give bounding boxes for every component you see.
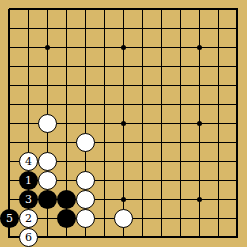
intersection-0-8[interactable] [0, 152, 19, 171]
intersection-8-9[interactable] [152, 171, 171, 190]
intersection-0-0[interactable] [0, 0, 19, 19]
intersection-7-12[interactable] [133, 228, 152, 247]
intersection-5-8[interactable] [95, 152, 114, 171]
intersection-4-8[interactable] [76, 152, 95, 171]
intersection-4-2[interactable] [76, 38, 95, 57]
white-stone [38, 171, 57, 190]
intersection-3-0[interactable] [57, 0, 76, 19]
intersection-2-8[interactable] [38, 152, 57, 171]
star-point [121, 197, 126, 202]
intersection-0-10[interactable] [0, 190, 19, 209]
intersection-11-4[interactable] [209, 76, 228, 95]
intersection-12-8[interactable] [228, 152, 247, 171]
intersection-9-8[interactable] [171, 152, 190, 171]
intersection-0-11[interactable]: 5 [0, 209, 19, 228]
intersection-10-10[interactable] [190, 190, 209, 209]
intersection-11-0[interactable] [209, 0, 228, 19]
intersection-9-2[interactable] [171, 38, 190, 57]
intersection-6-1[interactable] [114, 19, 133, 38]
intersection-3-2[interactable] [57, 38, 76, 57]
intersection-12-4[interactable] [228, 76, 247, 95]
intersection-12-9[interactable] [228, 171, 247, 190]
white-stone [76, 171, 95, 190]
intersection-1-9[interactable]: 1 [19, 171, 38, 190]
intersection-8-7[interactable] [152, 133, 171, 152]
intersection-10-7[interactable] [190, 133, 209, 152]
intersection-7-8[interactable] [133, 152, 152, 171]
intersection-11-10[interactable] [209, 190, 228, 209]
intersection-7-9[interactable] [133, 171, 152, 190]
intersection-2-3[interactable] [38, 57, 57, 76]
star-point [197, 121, 202, 126]
intersection-4-0[interactable] [76, 0, 95, 19]
intersection-10-8[interactable] [190, 152, 209, 171]
intersection-6-6[interactable] [114, 114, 133, 133]
star-point [121, 121, 126, 126]
intersection-3-8[interactable] [57, 152, 76, 171]
intersection-9-3[interactable] [171, 57, 190, 76]
white-stone [76, 190, 95, 209]
intersection-4-4[interactable] [76, 76, 95, 95]
black-stone-move-3: 3 [19, 190, 38, 209]
star-point [197, 45, 202, 50]
intersection-1-1[interactable] [19, 19, 38, 38]
black-stone [57, 190, 76, 209]
intersection-11-8[interactable] [209, 152, 228, 171]
intersection-9-12[interactable] [171, 228, 190, 247]
intersection-7-0[interactable] [133, 0, 152, 19]
intersection-3-3[interactable] [57, 57, 76, 76]
white-stone [38, 152, 57, 171]
intersection-3-4[interactable] [57, 76, 76, 95]
intersection-6-10[interactable] [114, 190, 133, 209]
go-diagram: 413526 [0, 0, 247, 247]
intersection-7-7[interactable] [133, 133, 152, 152]
intersection-6-12[interactable] [114, 228, 133, 247]
intersection-6-9[interactable] [114, 171, 133, 190]
intersection-10-3[interactable] [190, 57, 209, 76]
intersection-1-8[interactable]: 4 [19, 152, 38, 171]
intersection-3-12[interactable] [57, 228, 76, 247]
intersection-11-6[interactable] [209, 114, 228, 133]
intersection-11-12[interactable] [209, 228, 228, 247]
intersection-2-5[interactable] [38, 95, 57, 114]
intersection-3-10[interactable] [57, 190, 76, 209]
intersection-5-2[interactable] [95, 38, 114, 57]
intersection-6-2[interactable] [114, 38, 133, 57]
intersection-10-6[interactable] [190, 114, 209, 133]
intersection-1-2[interactable] [19, 38, 38, 57]
intersection-1-3[interactable] [19, 57, 38, 76]
intersection-0-7[interactable] [0, 133, 19, 152]
intersection-12-3[interactable] [228, 57, 247, 76]
intersection-8-2[interactable] [152, 38, 171, 57]
intersection-4-11[interactable] [76, 209, 95, 228]
intersection-4-6[interactable] [76, 114, 95, 133]
intersection-10-5[interactable] [190, 95, 209, 114]
intersection-7-5[interactable] [133, 95, 152, 114]
intersection-11-11[interactable] [209, 209, 228, 228]
white-stone [38, 114, 57, 133]
intersection-11-1[interactable] [209, 19, 228, 38]
intersection-8-4[interactable] [152, 76, 171, 95]
intersection-8-0[interactable] [152, 0, 171, 19]
intersection-4-1[interactable] [76, 19, 95, 38]
intersection-10-11[interactable] [190, 209, 209, 228]
go-board: 413526 [0, 0, 247, 247]
intersection-5-11[interactable] [95, 209, 114, 228]
intersection-12-11[interactable] [228, 209, 247, 228]
intersection-2-0[interactable] [38, 0, 57, 19]
intersection-1-11[interactable]: 2 [19, 209, 38, 228]
intersection-2-11[interactable] [38, 209, 57, 228]
intersection-9-0[interactable] [171, 0, 190, 19]
intersection-10-9[interactable] [190, 171, 209, 190]
intersection-6-4[interactable] [114, 76, 133, 95]
star-point [121, 45, 126, 50]
intersection-5-6[interactable] [95, 114, 114, 133]
intersection-0-12[interactable] [0, 228, 19, 247]
intersection-8-10[interactable] [152, 190, 171, 209]
intersection-12-5[interactable] [228, 95, 247, 114]
black-stone-move-1: 1 [19, 171, 38, 190]
intersection-5-4[interactable] [95, 76, 114, 95]
intersection-0-2[interactable] [0, 38, 19, 57]
intersection-12-6[interactable] [228, 114, 247, 133]
white-stone-move-6: 6 [19, 228, 38, 247]
intersection-0-9[interactable] [0, 171, 19, 190]
intersection-5-0[interactable] [95, 0, 114, 19]
intersection-7-11[interactable] [133, 209, 152, 228]
intersection-1-10[interactable]: 3 [19, 190, 38, 209]
intersection-9-6[interactable] [171, 114, 190, 133]
intersection-10-0[interactable] [190, 0, 209, 19]
intersection-8-11[interactable] [152, 209, 171, 228]
intersection-0-5[interactable] [0, 95, 19, 114]
intersection-4-12[interactable] [76, 228, 95, 247]
intersection-7-4[interactable] [133, 76, 152, 95]
intersection-8-6[interactable] [152, 114, 171, 133]
intersection-9-4[interactable] [171, 76, 190, 95]
intersection-9-10[interactable] [171, 190, 190, 209]
intersection-7-3[interactable] [133, 57, 152, 76]
intersection-2-1[interactable] [38, 19, 57, 38]
white-stone [76, 209, 95, 228]
intersection-8-12[interactable] [152, 228, 171, 247]
intersection-9-1[interactable] [171, 19, 190, 38]
intersection-12-10[interactable] [228, 190, 247, 209]
intersection-12-2[interactable] [228, 38, 247, 57]
intersection-2-12[interactable] [38, 228, 57, 247]
intersection-5-7[interactable] [95, 133, 114, 152]
intersection-8-5[interactable] [152, 95, 171, 114]
intersection-4-9[interactable] [76, 171, 95, 190]
intersection-11-7[interactable] [209, 133, 228, 152]
intersection-11-9[interactable] [209, 171, 228, 190]
intersection-10-2[interactable] [190, 38, 209, 57]
intersection-7-2[interactable] [133, 38, 152, 57]
intersection-9-5[interactable] [171, 95, 190, 114]
intersection-7-6[interactable] [133, 114, 152, 133]
intersection-4-5[interactable] [76, 95, 95, 114]
white-stone-move-4: 4 [19, 152, 38, 171]
intersection-2-6[interactable] [38, 114, 57, 133]
intersection-10-1[interactable] [190, 19, 209, 38]
intersection-0-1[interactable] [0, 19, 19, 38]
intersection-10-4[interactable] [190, 76, 209, 95]
intersection-2-2[interactable] [38, 38, 57, 57]
intersection-12-0[interactable] [228, 0, 247, 19]
intersection-6-0[interactable] [114, 0, 133, 19]
intersection-4-10[interactable] [76, 190, 95, 209]
intersection-1-5[interactable] [19, 95, 38, 114]
intersection-4-7[interactable] [76, 133, 95, 152]
intersection-3-11[interactable] [57, 209, 76, 228]
intersection-6-7[interactable] [114, 133, 133, 152]
intersection-5-10[interactable] [95, 190, 114, 209]
intersection-8-1[interactable] [152, 19, 171, 38]
intersection-8-8[interactable] [152, 152, 171, 171]
intersection-11-5[interactable] [209, 95, 228, 114]
intersection-12-12[interactable] [228, 228, 247, 247]
intersection-12-1[interactable] [228, 19, 247, 38]
white-stone [76, 133, 95, 152]
intersection-8-3[interactable] [152, 57, 171, 76]
intersection-3-7[interactable] [57, 133, 76, 152]
intersection-9-7[interactable] [171, 133, 190, 152]
intersection-11-2[interactable] [209, 38, 228, 57]
intersection-12-7[interactable] [228, 133, 247, 152]
intersection-11-3[interactable] [209, 57, 228, 76]
intersection-2-7[interactable] [38, 133, 57, 152]
intersection-5-12[interactable] [95, 228, 114, 247]
white-stone-move-2: 2 [19, 209, 38, 228]
black-stone-move-5: 5 [0, 209, 19, 228]
intersection-10-12[interactable] [190, 228, 209, 247]
intersection-6-11[interactable] [114, 209, 133, 228]
intersection-7-10[interactable] [133, 190, 152, 209]
star-point [197, 197, 202, 202]
intersection-1-4[interactable] [19, 76, 38, 95]
intersection-1-0[interactable] [19, 0, 38, 19]
intersection-2-9[interactable] [38, 171, 57, 190]
intersection-5-3[interactable] [95, 57, 114, 76]
intersection-6-3[interactable] [114, 57, 133, 76]
intersection-5-5[interactable] [95, 95, 114, 114]
intersection-1-12[interactable]: 6 [19, 228, 38, 247]
intersection-6-5[interactable] [114, 95, 133, 114]
black-stone [57, 209, 76, 228]
intersection-5-1[interactable] [95, 19, 114, 38]
intersection-0-3[interactable] [0, 57, 19, 76]
intersection-4-3[interactable] [76, 57, 95, 76]
intersection-3-9[interactable] [57, 171, 76, 190]
intersection-9-9[interactable] [171, 171, 190, 190]
intersection-3-6[interactable] [57, 114, 76, 133]
intersection-9-11[interactable] [171, 209, 190, 228]
intersection-3-1[interactable] [57, 19, 76, 38]
intersection-5-9[interactable] [95, 171, 114, 190]
intersection-7-1[interactable] [133, 19, 152, 38]
black-stone [38, 190, 57, 209]
intersection-0-6[interactable] [0, 114, 19, 133]
intersection-1-7[interactable] [19, 133, 38, 152]
intersection-6-8[interactable] [114, 152, 133, 171]
white-stone [114, 209, 133, 228]
intersection-0-4[interactable] [0, 76, 19, 95]
intersection-2-4[interactable] [38, 76, 57, 95]
intersection-3-5[interactable] [57, 95, 76, 114]
intersection-1-6[interactable] [19, 114, 38, 133]
star-point [45, 45, 50, 50]
intersection-2-10[interactable] [38, 190, 57, 209]
